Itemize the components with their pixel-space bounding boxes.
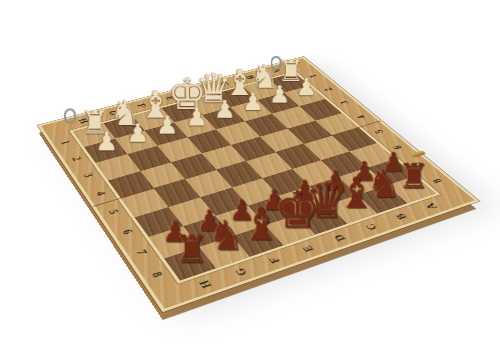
- chess-board: HGFEDCBA HGFEDCBA 12345678 12345678 ♜♞♝♚…: [37, 57, 479, 313]
- rank-label-left-1: 1: [46, 133, 85, 152]
- piece-white-pawn-f2[interactable]: ♟: [151, 114, 183, 135]
- scene-3d: HGFEDCBA HGFEDCBA 12345678 12345678 ♜♞♝♚…: [0, 0, 500, 347]
- piece-black-rook-h8[interactable]: ♜: [172, 233, 211, 265]
- piece-black-knight-g8[interactable]: ♞: [207, 219, 245, 254]
- piece-white-pawn-c2[interactable]: ♟: [237, 91, 268, 111]
- piece-black-bishop-f8[interactable]: ♝: [240, 205, 278, 243]
- piece-white-pawn-e2[interactable]: ♟: [180, 106, 212, 127]
- piece-white-pawn-h2[interactable]: ♟: [90, 130, 123, 152]
- photo-stage: HGFEDCBA HGFEDCBA 12345678 12345678 ♜♞♝♚…: [0, 0, 500, 347]
- square-g3[interactable]: [127, 146, 171, 171]
- square-h8[interactable]: ♜: [164, 247, 215, 281]
- piece-white-pawn-g2[interactable]: ♟: [121, 122, 154, 144]
- piece-white-pawn-b2[interactable]: ♟: [264, 84, 295, 104]
- piece-white-pawn-d2[interactable]: ♟: [209, 99, 240, 120]
- board-grid: ♜♞♝♚♛♝♞♜♟♟♟♟♟♟♟♟♟♟♟♟♟♟♟♟♜♞♝♚♛♝♞♜: [69, 71, 440, 284]
- rank-label-left-2: 2: [56, 149, 96, 169]
